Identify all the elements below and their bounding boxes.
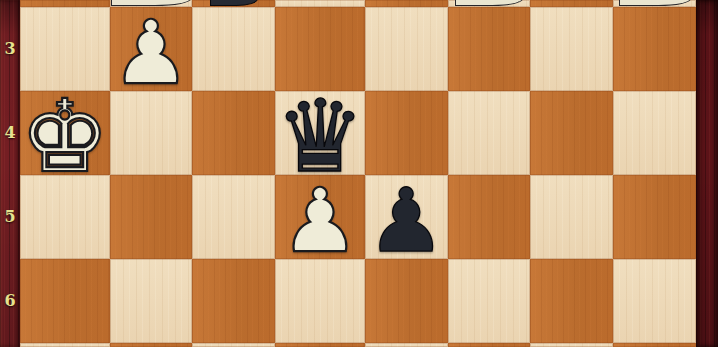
- white-king-h4[interactable]: ♚: [20, 87, 110, 187]
- square-b7[interactable]: [530, 343, 613, 347]
- square-b2[interactable]: [530, 0, 613, 7]
- rank-label-5: 5: [0, 209, 20, 225]
- square-c7[interactable]: [448, 343, 531, 347]
- board-left-border: 3 4 5 6: [0, 0, 20, 347]
- square-b5[interactable]: [530, 175, 613, 259]
- square-g5[interactable]: [110, 175, 193, 259]
- square-a4[interactable]: [613, 91, 696, 175]
- square-d4[interactable]: [365, 91, 448, 175]
- square-f6[interactable]: [192, 259, 275, 343]
- square-d3[interactable]: [365, 7, 448, 91]
- square-d2[interactable]: [365, 0, 448, 7]
- square-a6[interactable]: [613, 259, 696, 343]
- white-pawn-e5[interactable]: ♟: [281, 177, 360, 265]
- square-a5[interactable]: [613, 175, 696, 259]
- black-piece-bottom-f2: [210, 0, 258, 6]
- square-c5[interactable]: [448, 175, 531, 259]
- square-f5[interactable]: [192, 175, 275, 259]
- square-a2[interactable]: [613, 0, 696, 7]
- square-f4[interactable]: [192, 91, 275, 175]
- square-h5[interactable]: [20, 175, 110, 259]
- board-squares: ♟♚♛♟♟: [20, 0, 696, 347]
- square-h7[interactable]: [20, 343, 110, 347]
- square-d5[interactable]: ♟: [365, 175, 448, 259]
- square-f7[interactable]: [192, 343, 275, 347]
- square-b6[interactable]: [530, 259, 613, 343]
- square-e4[interactable]: ♛: [275, 91, 365, 175]
- square-e7[interactable]: [275, 343, 365, 347]
- square-g4[interactable]: [110, 91, 193, 175]
- square-d7[interactable]: [365, 343, 448, 347]
- square-f3[interactable]: [192, 7, 275, 91]
- square-b4[interactable]: [530, 91, 613, 175]
- rank-label-4: 4: [0, 125, 20, 141]
- square-c3[interactable]: [448, 7, 531, 91]
- square-e5[interactable]: ♟: [275, 175, 365, 259]
- square-c2[interactable]: [448, 0, 531, 7]
- square-f2[interactable]: [192, 0, 275, 7]
- white-pawn-g3[interactable]: ♟: [112, 9, 191, 97]
- white-piece-bottom-c2: [455, 0, 523, 6]
- square-e2[interactable]: [275, 0, 365, 7]
- white-piece-bottom-a2: [619, 0, 691, 6]
- square-h4[interactable]: ♚: [20, 91, 110, 175]
- square-h6[interactable]: [20, 259, 110, 343]
- square-a7[interactable]: [613, 343, 696, 347]
- square-c6[interactable]: [448, 259, 531, 343]
- square-b3[interactable]: [530, 7, 613, 91]
- black-pawn-d5[interactable]: ♟: [367, 177, 446, 265]
- square-d6[interactable]: [365, 259, 448, 343]
- square-g7[interactable]: [110, 343, 193, 347]
- square-g3[interactable]: ♟: [110, 7, 193, 91]
- square-c4[interactable]: [448, 91, 531, 175]
- chessboard: 3 4 5 6 ♟♚♛♟♟: [0, 0, 718, 347]
- rank-label-3: 3: [0, 41, 20, 57]
- square-e6[interactable]: [275, 259, 365, 343]
- board-right-border: [696, 0, 718, 347]
- rank-label-6: 6: [0, 293, 20, 309]
- square-a3[interactable]: [613, 7, 696, 91]
- square-h2[interactable]: [20, 0, 110, 7]
- square-g6[interactable]: [110, 259, 193, 343]
